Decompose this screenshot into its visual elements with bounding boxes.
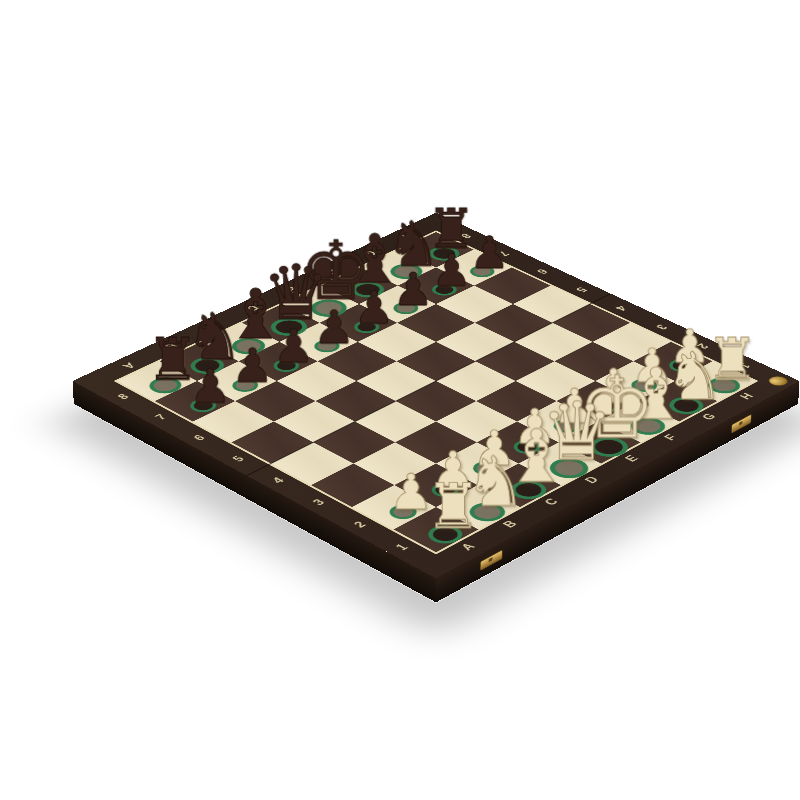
scene: AABBCCDDEEFFGGHH1122334455667788 ♜♞♝♛♚♝♞… [0,0,800,800]
chess-board: AABBCCDDEEFFGGHH1122334455667788 ♜♞♝♛♚♝♞… [73,213,800,579]
white-rook-glyph: ♜ [378,477,529,539]
black-pawn-glyph: ♟ [139,362,282,409]
brass-latch-icon [731,414,751,434]
board-top: AABBCCDDEEFFGGHH1122334455667788 ♜♞♝♛♚♝♞… [73,213,800,579]
product-photo-background: AABBCCDDEEFFGGHH1122334455667788 ♜♞♝♛♚♝♞… [0,0,800,800]
